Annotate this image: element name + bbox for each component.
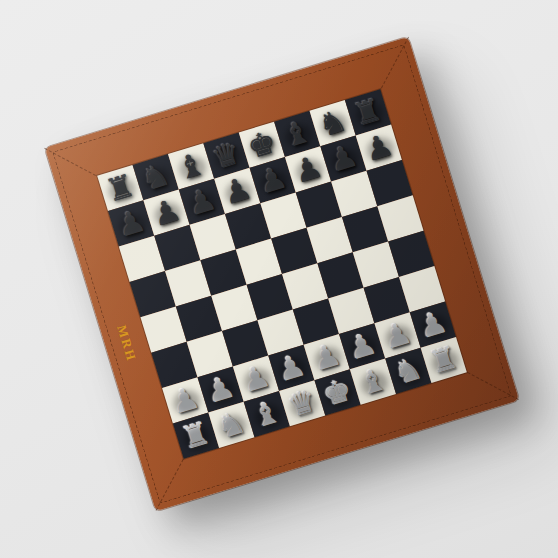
monogram-text: MRH <box>113 323 139 364</box>
corner-seam-bottom-left <box>156 459 184 511</box>
product-photo-scene: MRH ♜♞♝♛♚♝♞♜♟♟♟♟♟♟♟♟♟♟♟♟♟♟♟♟♜♞♝♛♚♝♞♜ <box>0 0 558 558</box>
corner-seam-top-left <box>44 148 96 176</box>
corner-seam-top-right <box>381 37 409 89</box>
board-field: ♜♞♝♛♚♝♞♜♟♟♟♟♟♟♟♟♟♟♟♟♟♟♟♟♜♞♝♛♚♝♞♜ <box>97 89 467 459</box>
chess-board: MRH ♜♞♝♛♚♝♞♜♟♟♟♟♟♟♟♟♟♟♟♟♟♟♟♟♜♞♝♛♚♝♞♜ <box>45 37 519 511</box>
corner-seam-bottom-right <box>467 372 519 400</box>
